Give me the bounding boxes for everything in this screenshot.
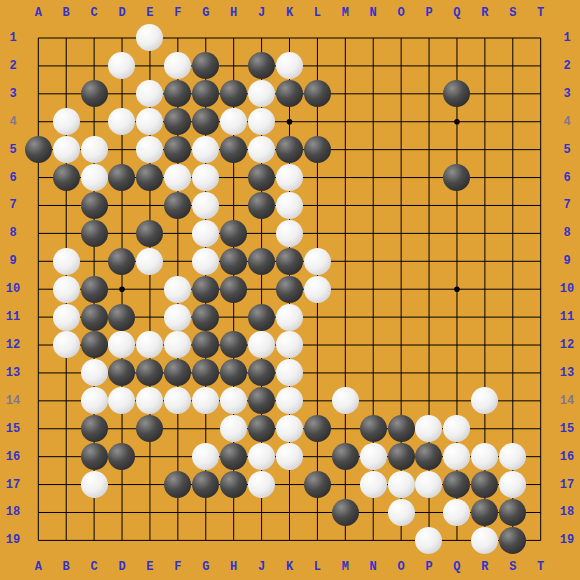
intersection-J10[interactable] [248, 275, 276, 303]
intersection-O5[interactable] [387, 136, 415, 164]
intersection-T18[interactable] [527, 498, 555, 526]
intersection-N1[interactable] [359, 24, 387, 52]
intersection-F16[interactable] [164, 443, 192, 471]
intersection-Q15[interactable] [443, 415, 471, 443]
intersection-K19[interactable] [275, 526, 303, 554]
intersection-E16[interactable] [136, 443, 164, 471]
intersection-L2[interactable] [303, 52, 331, 80]
intersection-J9[interactable] [248, 247, 276, 275]
intersection-K9[interactable] [275, 247, 303, 275]
intersection-G10[interactable] [192, 275, 220, 303]
intersection-T11[interactable] [527, 303, 555, 331]
intersection-Q14[interactable] [443, 387, 471, 415]
intersection-O11[interactable] [387, 303, 415, 331]
intersection-R7[interactable] [471, 191, 499, 219]
intersection-T1[interactable] [527, 24, 555, 52]
intersection-T8[interactable] [527, 219, 555, 247]
intersection-H16[interactable] [220, 443, 248, 471]
intersection-K2[interactable] [275, 52, 303, 80]
intersection-T3[interactable] [527, 80, 555, 108]
intersection-L8[interactable] [303, 219, 331, 247]
intersection-O16[interactable] [387, 443, 415, 471]
intersection-B10[interactable] [52, 275, 80, 303]
intersection-D15[interactable] [108, 415, 136, 443]
intersection-Q9[interactable] [443, 247, 471, 275]
intersection-T5[interactable] [527, 136, 555, 164]
intersection-G14[interactable] [192, 387, 220, 415]
intersection-B12[interactable] [52, 331, 80, 359]
intersection-D10[interactable] [108, 275, 136, 303]
intersection-D13[interactable] [108, 359, 136, 387]
intersection-N8[interactable] [359, 219, 387, 247]
intersection-F5[interactable] [164, 136, 192, 164]
intersection-C7[interactable] [80, 191, 108, 219]
intersection-A12[interactable] [24, 331, 52, 359]
intersection-G12[interactable] [192, 331, 220, 359]
intersection-K14[interactable] [275, 387, 303, 415]
intersection-R6[interactable] [471, 164, 499, 192]
intersection-A8[interactable] [24, 219, 52, 247]
intersection-F18[interactable] [164, 498, 192, 526]
intersection-N7[interactable] [359, 191, 387, 219]
intersection-F1[interactable] [164, 24, 192, 52]
intersection-M16[interactable] [331, 443, 359, 471]
intersection-B16[interactable] [52, 443, 80, 471]
intersection-C12[interactable] [80, 331, 108, 359]
intersection-D11[interactable] [108, 303, 136, 331]
intersection-S5[interactable] [499, 136, 527, 164]
intersection-M4[interactable] [331, 108, 359, 136]
intersection-G4[interactable] [192, 108, 220, 136]
intersection-D5[interactable] [108, 136, 136, 164]
intersection-A1[interactable] [24, 24, 52, 52]
intersection-N4[interactable] [359, 108, 387, 136]
intersection-M5[interactable] [331, 136, 359, 164]
intersection-M11[interactable] [331, 303, 359, 331]
intersection-F8[interactable] [164, 219, 192, 247]
intersection-R19[interactable] [471, 526, 499, 554]
intersection-H19[interactable] [220, 526, 248, 554]
intersection-J8[interactable] [248, 219, 276, 247]
intersection-J2[interactable] [248, 52, 276, 80]
intersection-E2[interactable] [136, 52, 164, 80]
intersection-A11[interactable] [24, 303, 52, 331]
intersection-B9[interactable] [52, 247, 80, 275]
intersection-D7[interactable] [108, 191, 136, 219]
intersection-S12[interactable] [499, 331, 527, 359]
intersection-J7[interactable] [248, 191, 276, 219]
intersection-R10[interactable] [471, 275, 499, 303]
intersection-S6[interactable] [499, 164, 527, 192]
intersection-B8[interactable] [52, 219, 80, 247]
intersection-N15[interactable] [359, 415, 387, 443]
intersection-H4[interactable] [220, 108, 248, 136]
intersection-E11[interactable] [136, 303, 164, 331]
intersection-C9[interactable] [80, 247, 108, 275]
intersection-C16[interactable] [80, 443, 108, 471]
intersection-R8[interactable] [471, 219, 499, 247]
intersection-Q18[interactable] [443, 498, 471, 526]
intersection-P5[interactable] [415, 136, 443, 164]
intersection-O3[interactable] [387, 80, 415, 108]
intersection-Q5[interactable] [443, 136, 471, 164]
intersection-F6[interactable] [164, 164, 192, 192]
intersection-A6[interactable] [24, 164, 52, 192]
intersection-H15[interactable] [220, 415, 248, 443]
intersection-J6[interactable] [248, 164, 276, 192]
intersection-M7[interactable] [331, 191, 359, 219]
intersection-G15[interactable] [192, 415, 220, 443]
intersection-G8[interactable] [192, 219, 220, 247]
intersection-L9[interactable] [303, 247, 331, 275]
intersection-G19[interactable] [192, 526, 220, 554]
intersection-A7[interactable] [24, 191, 52, 219]
intersection-O1[interactable] [387, 24, 415, 52]
intersection-R16[interactable] [471, 443, 499, 471]
intersection-L15[interactable] [303, 415, 331, 443]
intersection-N19[interactable] [359, 526, 387, 554]
intersection-C15[interactable] [80, 415, 108, 443]
intersection-R2[interactable] [471, 52, 499, 80]
intersection-G6[interactable] [192, 164, 220, 192]
intersection-C18[interactable] [80, 498, 108, 526]
intersection-F10[interactable] [164, 275, 192, 303]
intersection-E9[interactable] [136, 247, 164, 275]
intersection-Q17[interactable] [443, 471, 471, 499]
intersection-J5[interactable] [248, 136, 276, 164]
intersection-T17[interactable] [527, 471, 555, 499]
intersection-D6[interactable] [108, 164, 136, 192]
intersection-B15[interactable] [52, 415, 80, 443]
intersection-J19[interactable] [248, 526, 276, 554]
intersection-O2[interactable] [387, 52, 415, 80]
intersection-H11[interactable] [220, 303, 248, 331]
intersection-B7[interactable] [52, 191, 80, 219]
intersection-N12[interactable] [359, 331, 387, 359]
intersection-Q2[interactable] [443, 52, 471, 80]
intersection-H1[interactable] [220, 24, 248, 52]
intersection-N10[interactable] [359, 275, 387, 303]
intersection-D4[interactable] [108, 108, 136, 136]
intersection-K18[interactable] [275, 498, 303, 526]
intersection-H2[interactable] [220, 52, 248, 80]
intersection-F7[interactable] [164, 191, 192, 219]
intersection-H7[interactable] [220, 191, 248, 219]
intersection-N9[interactable] [359, 247, 387, 275]
intersection-K5[interactable] [275, 136, 303, 164]
intersection-H9[interactable] [220, 247, 248, 275]
intersection-N14[interactable] [359, 387, 387, 415]
intersection-P14[interactable] [415, 387, 443, 415]
intersection-K10[interactable] [275, 275, 303, 303]
intersection-Q11[interactable] [443, 303, 471, 331]
intersection-L5[interactable] [303, 136, 331, 164]
intersection-E3[interactable] [136, 80, 164, 108]
intersection-C4[interactable] [80, 108, 108, 136]
intersection-J17[interactable] [248, 471, 276, 499]
intersection-P19[interactable] [415, 526, 443, 554]
intersection-R15[interactable] [471, 415, 499, 443]
intersection-A4[interactable] [24, 108, 52, 136]
intersection-K4[interactable] [275, 108, 303, 136]
intersection-J13[interactable] [248, 359, 276, 387]
intersection-R12[interactable] [471, 331, 499, 359]
intersection-Q19[interactable] [443, 526, 471, 554]
intersection-E19[interactable] [136, 526, 164, 554]
intersection-J15[interactable] [248, 415, 276, 443]
intersection-P9[interactable] [415, 247, 443, 275]
intersection-S2[interactable] [499, 52, 527, 80]
intersection-J12[interactable] [248, 331, 276, 359]
intersection-F9[interactable] [164, 247, 192, 275]
intersection-S3[interactable] [499, 80, 527, 108]
intersection-L7[interactable] [303, 191, 331, 219]
intersection-M3[interactable] [331, 80, 359, 108]
intersection-T4[interactable] [527, 108, 555, 136]
intersection-O9[interactable] [387, 247, 415, 275]
intersection-E14[interactable] [136, 387, 164, 415]
intersection-K13[interactable] [275, 359, 303, 387]
intersection-E1[interactable] [136, 24, 164, 52]
intersection-Q6[interactable] [443, 164, 471, 192]
intersection-E8[interactable] [136, 219, 164, 247]
intersection-S19[interactable] [499, 526, 527, 554]
intersection-S11[interactable] [499, 303, 527, 331]
intersection-J18[interactable] [248, 498, 276, 526]
intersection-N5[interactable] [359, 136, 387, 164]
intersection-S7[interactable] [499, 191, 527, 219]
intersection-B14[interactable] [52, 387, 80, 415]
intersection-A5[interactable] [24, 136, 52, 164]
intersection-D17[interactable] [108, 471, 136, 499]
intersection-L12[interactable] [303, 331, 331, 359]
intersection-M10[interactable] [331, 275, 359, 303]
intersection-H6[interactable] [220, 164, 248, 192]
intersection-E7[interactable] [136, 191, 164, 219]
intersection-A9[interactable] [24, 247, 52, 275]
intersection-O10[interactable] [387, 275, 415, 303]
intersection-K12[interactable] [275, 331, 303, 359]
intersection-K8[interactable] [275, 219, 303, 247]
intersection-Q4[interactable] [443, 108, 471, 136]
intersection-F11[interactable] [164, 303, 192, 331]
intersection-J1[interactable] [248, 24, 276, 52]
intersection-Q10[interactable] [443, 275, 471, 303]
intersection-P12[interactable] [415, 331, 443, 359]
intersection-K1[interactable] [275, 24, 303, 52]
intersection-G13[interactable] [192, 359, 220, 387]
intersection-G1[interactable] [192, 24, 220, 52]
intersection-G2[interactable] [192, 52, 220, 80]
intersection-E6[interactable] [136, 164, 164, 192]
intersection-H12[interactable] [220, 331, 248, 359]
intersection-G17[interactable] [192, 471, 220, 499]
intersection-F15[interactable] [164, 415, 192, 443]
intersection-E10[interactable] [136, 275, 164, 303]
intersection-P10[interactable] [415, 275, 443, 303]
intersection-C13[interactable] [80, 359, 108, 387]
intersection-B17[interactable] [52, 471, 80, 499]
intersection-N11[interactable] [359, 303, 387, 331]
intersection-E17[interactable] [136, 471, 164, 499]
intersection-G3[interactable] [192, 80, 220, 108]
intersection-L11[interactable] [303, 303, 331, 331]
intersection-O12[interactable] [387, 331, 415, 359]
intersection-R18[interactable] [471, 498, 499, 526]
intersection-B13[interactable] [52, 359, 80, 387]
intersection-D1[interactable] [108, 24, 136, 52]
intersection-M9[interactable] [331, 247, 359, 275]
intersection-T7[interactable] [527, 191, 555, 219]
intersection-G18[interactable] [192, 498, 220, 526]
intersection-L6[interactable] [303, 164, 331, 192]
intersection-N6[interactable] [359, 164, 387, 192]
intersection-T19[interactable] [527, 526, 555, 554]
intersection-P16[interactable] [415, 443, 443, 471]
intersection-T10[interactable] [527, 275, 555, 303]
intersection-G16[interactable] [192, 443, 220, 471]
intersection-B3[interactable] [52, 80, 80, 108]
intersection-O19[interactable] [387, 526, 415, 554]
intersection-L19[interactable] [303, 526, 331, 554]
intersection-N13[interactable] [359, 359, 387, 387]
intersection-G7[interactable] [192, 191, 220, 219]
intersection-H3[interactable] [220, 80, 248, 108]
intersection-L4[interactable] [303, 108, 331, 136]
intersection-S18[interactable] [499, 498, 527, 526]
intersection-T14[interactable] [527, 387, 555, 415]
intersection-Q8[interactable] [443, 219, 471, 247]
intersection-A2[interactable] [24, 52, 52, 80]
intersection-A16[interactable] [24, 443, 52, 471]
intersection-E5[interactable] [136, 136, 164, 164]
intersection-M18[interactable] [331, 498, 359, 526]
intersection-L18[interactable] [303, 498, 331, 526]
intersection-M17[interactable] [331, 471, 359, 499]
intersection-N18[interactable] [359, 498, 387, 526]
intersection-T2[interactable] [527, 52, 555, 80]
intersection-K11[interactable] [275, 303, 303, 331]
intersection-A10[interactable] [24, 275, 52, 303]
intersection-S4[interactable] [499, 108, 527, 136]
intersection-M19[interactable] [331, 526, 359, 554]
intersection-F19[interactable] [164, 526, 192, 554]
intersection-B6[interactable] [52, 164, 80, 192]
intersection-K17[interactable] [275, 471, 303, 499]
intersection-P7[interactable] [415, 191, 443, 219]
intersection-E18[interactable] [136, 498, 164, 526]
intersection-K6[interactable] [275, 164, 303, 192]
intersection-H17[interactable] [220, 471, 248, 499]
intersection-P2[interactable] [415, 52, 443, 80]
intersection-L17[interactable] [303, 471, 331, 499]
intersection-R3[interactable] [471, 80, 499, 108]
intersection-K7[interactable] [275, 191, 303, 219]
intersection-K15[interactable] [275, 415, 303, 443]
intersection-C10[interactable] [80, 275, 108, 303]
intersection-A14[interactable] [24, 387, 52, 415]
intersection-H13[interactable] [220, 359, 248, 387]
intersection-D8[interactable] [108, 219, 136, 247]
intersection-H5[interactable] [220, 136, 248, 164]
intersection-O7[interactable] [387, 191, 415, 219]
intersection-D16[interactable] [108, 443, 136, 471]
intersection-D14[interactable] [108, 387, 136, 415]
intersection-M13[interactable] [331, 359, 359, 387]
intersection-S16[interactable] [499, 443, 527, 471]
intersection-D2[interactable] [108, 52, 136, 80]
intersection-L14[interactable] [303, 387, 331, 415]
intersection-A19[interactable] [24, 526, 52, 554]
intersection-C14[interactable] [80, 387, 108, 415]
intersection-F3[interactable] [164, 80, 192, 108]
intersection-B1[interactable] [52, 24, 80, 52]
intersection-R1[interactable] [471, 24, 499, 52]
intersection-P13[interactable] [415, 359, 443, 387]
intersection-M1[interactable] [331, 24, 359, 52]
intersection-N2[interactable] [359, 52, 387, 80]
intersection-L10[interactable] [303, 275, 331, 303]
intersection-A17[interactable] [24, 471, 52, 499]
intersection-H8[interactable] [220, 219, 248, 247]
intersection-Q16[interactable] [443, 443, 471, 471]
intersection-P17[interactable] [415, 471, 443, 499]
intersection-M15[interactable] [331, 415, 359, 443]
intersection-R17[interactable] [471, 471, 499, 499]
intersection-P18[interactable] [415, 498, 443, 526]
intersection-Q1[interactable] [443, 24, 471, 52]
intersection-Q7[interactable] [443, 191, 471, 219]
intersection-S14[interactable] [499, 387, 527, 415]
intersection-O17[interactable] [387, 471, 415, 499]
intersection-K3[interactable] [275, 80, 303, 108]
intersection-B19[interactable] [52, 526, 80, 554]
intersection-Q12[interactable] [443, 331, 471, 359]
intersection-A15[interactable] [24, 415, 52, 443]
intersection-E13[interactable] [136, 359, 164, 387]
intersection-F17[interactable] [164, 471, 192, 499]
intersection-J3[interactable] [248, 80, 276, 108]
intersection-O8[interactable] [387, 219, 415, 247]
intersection-T6[interactable] [527, 164, 555, 192]
intersection-L13[interactable] [303, 359, 331, 387]
intersection-F13[interactable] [164, 359, 192, 387]
intersection-P4[interactable] [415, 108, 443, 136]
intersection-R11[interactable] [471, 303, 499, 331]
intersection-J16[interactable] [248, 443, 276, 471]
intersection-Q3[interactable] [443, 80, 471, 108]
intersection-D19[interactable] [108, 526, 136, 554]
intersection-D3[interactable] [108, 80, 136, 108]
intersection-R4[interactable] [471, 108, 499, 136]
intersection-M8[interactable] [331, 219, 359, 247]
intersection-H14[interactable] [220, 387, 248, 415]
intersection-O18[interactable] [387, 498, 415, 526]
intersection-P6[interactable] [415, 164, 443, 192]
intersection-C19[interactable] [80, 526, 108, 554]
intersection-F12[interactable] [164, 331, 192, 359]
intersection-B18[interactable] [52, 498, 80, 526]
intersection-O15[interactable] [387, 415, 415, 443]
intersection-M12[interactable] [331, 331, 359, 359]
intersection-T16[interactable] [527, 443, 555, 471]
intersection-P11[interactable] [415, 303, 443, 331]
intersection-J11[interactable] [248, 303, 276, 331]
intersection-G11[interactable] [192, 303, 220, 331]
intersection-A3[interactable] [24, 80, 52, 108]
intersection-S15[interactable] [499, 415, 527, 443]
intersection-N3[interactable] [359, 80, 387, 108]
